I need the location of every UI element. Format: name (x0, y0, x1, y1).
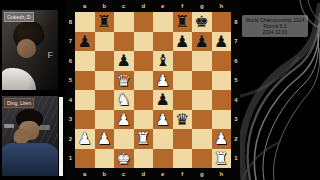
broadcast-side-panel: World Championship 2024 Round 6.1 2024.1… (240, 0, 320, 180)
black-king: ♚ (195, 12, 209, 32)
square-g4 (192, 90, 212, 110)
square-h8 (212, 12, 232, 32)
square-b4 (95, 90, 115, 110)
white-rook: ♜ (214, 149, 228, 169)
square-b3 (95, 110, 115, 130)
white-pawn: ♟ (117, 110, 131, 130)
coord-label: f (173, 0, 193, 12)
square-g8: ♚ (192, 12, 212, 32)
webcam-shading (2, 10, 58, 90)
square-b8: ♜ (95, 12, 115, 32)
square-h7: ♟ (212, 32, 232, 52)
square-d7 (134, 32, 154, 52)
coord-label: 5 (66, 71, 75, 91)
square-e6: ♝ (153, 51, 173, 71)
white-pawn: ♟ (156, 110, 170, 130)
square-d5 (134, 71, 154, 91)
square-f5 (173, 71, 193, 91)
coord-label: h (212, 168, 232, 180)
square-e5: ♟ (153, 71, 173, 91)
square-f8: ♜ (173, 12, 193, 32)
square-h1: ♜ (212, 149, 232, 169)
square-d2: ♜ (134, 129, 154, 149)
coord-label: a (75, 0, 95, 12)
black-pawn: ♟ (175, 32, 189, 52)
square-f4 (173, 90, 193, 110)
coord-label: e (153, 0, 173, 12)
square-d3 (134, 110, 154, 130)
square-a1 (75, 149, 95, 169)
white-pawn: ♟ (97, 129, 111, 149)
black-pawn: ♟ (117, 51, 131, 71)
video-frame[interactable]: F Gukesh, D Ding, Liren abcdefgh 8765432… (0, 0, 320, 180)
coord-label: h (212, 0, 232, 12)
square-d4 (134, 90, 154, 110)
square-e7 (153, 32, 173, 52)
coord-label: b (95, 0, 115, 12)
coord-label: c (114, 168, 134, 180)
player-name-badge-bottom: Ding, Liren (4, 98, 34, 108)
square-c8 (114, 12, 134, 32)
webcam-player-bottom: Ding, Liren (2, 96, 58, 176)
square-a3 (75, 110, 95, 130)
webcam-player-top: F Gukesh, D (2, 10, 58, 90)
chessboard: ♜♜♚♟♟♟♟♟♝♛♟♞♟♟♟♛♟♟♜♟♚♜ (75, 12, 231, 168)
white-queen: ♛ (117, 71, 131, 91)
black-bishop: ♝ (156, 51, 170, 71)
square-e1 (153, 149, 173, 169)
square-c7 (114, 32, 134, 52)
white-king: ♚ (117, 149, 131, 169)
square-e8 (153, 12, 173, 32)
webcam-edge-highlight (59, 97, 63, 176)
chessboard-frame: abcdefgh 87654321 ♜♜♚♟♟♟♟♟♝♛♟♞♟♟♟♛♟♟♜♟♚♜… (66, 0, 241, 180)
coord-label: c (114, 0, 134, 12)
square-c3: ♟ (114, 110, 134, 130)
square-d1 (134, 149, 154, 169)
coord-label: g (192, 0, 212, 12)
square-a6 (75, 51, 95, 71)
coord-label: 2 (66, 129, 75, 149)
square-a5 (75, 71, 95, 91)
white-knight: ♞ (117, 90, 131, 110)
rank-labels-left: 87654321 (66, 12, 75, 168)
square-d6 (134, 51, 154, 71)
square-h2: ♟ (212, 129, 232, 149)
coord-label: a (75, 168, 95, 180)
square-c6: ♟ (114, 51, 134, 71)
event-date: 2024.12.01 (243, 29, 307, 35)
coord-label: 3 (66, 110, 75, 130)
player-name-badge-top: Gukesh, D (4, 12, 34, 22)
square-g6 (192, 51, 212, 71)
square-f6 (173, 51, 193, 71)
square-c5: ♛ (114, 71, 134, 91)
coord-label: g (192, 168, 212, 180)
black-pawn: ♟ (156, 90, 170, 110)
square-b1 (95, 149, 115, 169)
square-a4 (75, 90, 95, 110)
square-a8 (75, 12, 95, 32)
backdrop-text-blur (38, 125, 50, 130)
white-rook: ♜ (136, 129, 150, 149)
square-h6 (212, 51, 232, 71)
square-e4: ♟ (153, 90, 173, 110)
square-d8 (134, 12, 154, 32)
square-h4 (212, 90, 232, 110)
square-f3: ♛ (173, 110, 193, 130)
square-g2 (192, 129, 212, 149)
square-h3 (212, 110, 232, 130)
coord-label: 1 (66, 149, 75, 169)
white-pawn: ♟ (156, 71, 170, 91)
coord-label: d (134, 0, 154, 12)
black-pawn: ♟ (214, 32, 228, 52)
square-b5 (95, 71, 115, 91)
square-f7: ♟ (173, 32, 193, 52)
square-g1 (192, 149, 212, 169)
square-b7 (95, 32, 115, 52)
white-pawn: ♟ (78, 129, 92, 149)
coord-label: d (134, 168, 154, 180)
square-c1: ♚ (114, 149, 134, 169)
coord-label: 7 (66, 32, 75, 52)
square-g7: ♟ (192, 32, 212, 52)
square-e2 (153, 129, 173, 149)
coord-label: e (153, 168, 173, 180)
square-c2 (114, 129, 134, 149)
file-labels-bottom: abcdefgh (75, 168, 231, 180)
square-a7: ♟ (75, 32, 95, 52)
square-b6 (95, 51, 115, 71)
square-g3 (192, 110, 212, 130)
square-b2: ♟ (95, 129, 115, 149)
square-f2 (173, 129, 193, 149)
white-pawn: ♟ (214, 129, 228, 149)
coord-label: 6 (66, 51, 75, 71)
coord-label: b (95, 168, 115, 180)
square-g5 (192, 71, 212, 91)
square-a2: ♟ (75, 129, 95, 149)
file-labels-top: abcdefgh (75, 0, 231, 12)
player-silhouette-shoulders (2, 143, 58, 176)
square-f1 (173, 149, 193, 169)
black-queen: ♛ (175, 110, 189, 130)
event-info-box: World Championship 2024 Round 6.1 2024.1… (242, 15, 308, 37)
black-rook: ♜ (175, 12, 189, 32)
backdrop-text-blur (4, 124, 14, 128)
coord-label: 8 (66, 12, 75, 32)
black-pawn: ♟ (78, 32, 92, 52)
black-rook: ♜ (97, 12, 111, 32)
square-c4: ♞ (114, 90, 134, 110)
coord-label: 4 (66, 90, 75, 110)
coord-label: f (173, 168, 193, 180)
black-pawn: ♟ (195, 32, 209, 52)
square-e3: ♟ (153, 110, 173, 130)
square-h5 (212, 71, 232, 91)
